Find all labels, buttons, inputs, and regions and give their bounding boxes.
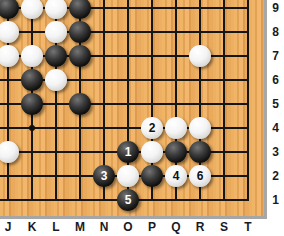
intersection-Q2[interactable]: 4: [164, 164, 188, 188]
intersection-L6[interactable]: [44, 68, 68, 92]
intersection-M3[interactable]: [68, 140, 92, 164]
white-stone-L8: [45, 21, 67, 43]
intersection-T2[interactable]: [236, 164, 260, 188]
intersection-S2[interactable]: [212, 164, 236, 188]
intersection-L3[interactable]: [44, 140, 68, 164]
intersection-P6[interactable]: [140, 68, 164, 92]
row-label-4: 4: [267, 116, 284, 140]
intersection-L5[interactable]: [44, 92, 68, 116]
white-stone-P3: [141, 141, 163, 163]
col-label-O: O: [116, 219, 140, 236]
white-stone-J3: [0, 141, 19, 163]
intersection-T3[interactable]: [236, 140, 260, 164]
intersection-O7[interactable]: [116, 44, 140, 68]
black-stone-Q3: [165, 141, 187, 163]
intersection-M5[interactable]: [68, 92, 92, 116]
intersection-Q3[interactable]: [164, 140, 188, 164]
intersection-O3[interactable]: 1: [116, 140, 140, 164]
intersection-L1[interactable]: [44, 188, 68, 212]
intersection-K1[interactable]: [20, 188, 44, 212]
intersection-J7[interactable]: [0, 44, 20, 68]
intersection-J9[interactable]: [0, 0, 20, 20]
move-number-label: 3: [101, 165, 108, 187]
intersection-T6[interactable]: [236, 68, 260, 92]
intersection-J3[interactable]: [0, 140, 20, 164]
intersection-L7[interactable]: [44, 44, 68, 68]
white-stone-K9: [21, 0, 43, 19]
intersection-R8[interactable]: [188, 20, 212, 44]
intersection-M7[interactable]: [68, 44, 92, 68]
intersection-M9[interactable]: [68, 0, 92, 20]
row-label-3: 3: [267, 140, 284, 164]
intersection-P8[interactable]: [140, 20, 164, 44]
intersection-K5[interactable]: [20, 92, 44, 116]
white-stone-L9: [45, 0, 67, 19]
intersection-Q1[interactable]: [164, 188, 188, 212]
col-label-J: J: [0, 219, 20, 236]
row-labels: 987654321: [267, 0, 284, 212]
intersection-R5[interactable]: [188, 92, 212, 116]
intersection-N6[interactable]: [92, 68, 116, 92]
intersection-Q6[interactable]: [164, 68, 188, 92]
intersection-L2[interactable]: [44, 164, 68, 188]
intersection-P4[interactable]: 2: [140, 116, 164, 140]
star-point-K4: [29, 125, 35, 131]
row-label-5: 5: [267, 92, 284, 116]
intersection-K6[interactable]: [20, 68, 44, 92]
col-label-N: N: [92, 219, 116, 236]
intersection-N7[interactable]: [92, 44, 116, 68]
white-stone-Q4: [165, 117, 187, 139]
intersection-N2[interactable]: 3: [92, 164, 116, 188]
intersection-O6[interactable]: [116, 68, 140, 92]
intersection-N3[interactable]: [92, 140, 116, 164]
intersection-P1[interactable]: [140, 188, 164, 212]
intersection-O2[interactable]: [116, 164, 140, 188]
intersection-O1[interactable]: 5: [116, 188, 140, 212]
intersection-N1[interactable]: [92, 188, 116, 212]
intersection-R2[interactable]: 6: [188, 164, 212, 188]
intersection-T5[interactable]: [236, 92, 260, 116]
move-number-label: 5: [125, 189, 132, 211]
white-stone-J8: [0, 21, 19, 43]
row-label-9: 9: [267, 0, 284, 20]
intersection-R9[interactable]: [188, 0, 212, 20]
intersection-S8[interactable]: [212, 20, 236, 44]
intersection-J6[interactable]: [0, 68, 20, 92]
intersection-R7[interactable]: [188, 44, 212, 68]
intersection-J8[interactable]: [0, 20, 20, 44]
row-label-2: 2: [267, 164, 284, 188]
black-stone-M5: [69, 93, 91, 115]
white-stone-O2: [117, 165, 139, 187]
intersection-P9[interactable]: [140, 0, 164, 20]
move-number-label: 2: [149, 117, 156, 139]
col-label-M: M: [68, 219, 92, 236]
move-number-label: 1: [125, 141, 132, 163]
white-stone-P4: 2: [141, 117, 163, 139]
intersection-M6[interactable]: [68, 68, 92, 92]
go-board[interactable]: 213465: [0, 0, 267, 219]
white-stone-Q2: 4: [165, 165, 187, 187]
intersection-N8[interactable]: [92, 20, 116, 44]
column-labels: JKLMNOPQRST: [0, 219, 260, 236]
intersection-O8[interactable]: [116, 20, 140, 44]
intersection-S4[interactable]: [212, 116, 236, 140]
col-label-R: R: [188, 219, 212, 236]
black-stone-M7: [69, 45, 91, 67]
intersection-K7[interactable]: [20, 44, 44, 68]
intersection-T4[interactable]: [236, 116, 260, 140]
black-stone-N2: 3: [93, 165, 115, 187]
black-stone-K5: [21, 93, 43, 115]
intersection-M2[interactable]: [68, 164, 92, 188]
intersection-O9[interactable]: [116, 0, 140, 20]
row-label-1: 1: [267, 188, 284, 212]
intersection-Q7[interactable]: [164, 44, 188, 68]
intersection-Q9[interactable]: [164, 0, 188, 20]
intersection-N4[interactable]: [92, 116, 116, 140]
intersection-N5[interactable]: [92, 92, 116, 116]
intersection-M8[interactable]: [68, 20, 92, 44]
intersection-L4[interactable]: [44, 116, 68, 140]
intersection-K3[interactable]: [20, 140, 44, 164]
intersection-J5[interactable]: [0, 92, 20, 116]
black-stone-M8: [69, 21, 91, 43]
intersection-T7[interactable]: [236, 44, 260, 68]
black-stone-O1: 5: [117, 189, 139, 211]
go-diagram: 213465 JKLMNOPQRST 987654321: [0, 0, 284, 236]
white-stone-L6: [45, 69, 67, 91]
black-stone-K6: [21, 69, 43, 91]
black-stone-R3: [189, 141, 211, 163]
intersection-J4[interactable]: [0, 116, 20, 140]
col-label-T: T: [236, 219, 260, 236]
intersection-O5[interactable]: [116, 92, 140, 116]
intersection-M4[interactable]: [68, 116, 92, 140]
white-stone-K7: [21, 45, 43, 67]
intersection-T1[interactable]: [236, 188, 260, 212]
intersection-S3[interactable]: [212, 140, 236, 164]
intersection-N9[interactable]: [92, 0, 116, 20]
intersection-K2[interactable]: [20, 164, 44, 188]
intersection-Q5[interactable]: [164, 92, 188, 116]
intersection-K8[interactable]: [20, 20, 44, 44]
intersection-Q4[interactable]: [164, 116, 188, 140]
intersection-S1[interactable]: [212, 188, 236, 212]
intersection-T9[interactable]: [236, 0, 260, 20]
white-stone-R2: 6: [189, 165, 211, 187]
intersection-R1[interactable]: [188, 188, 212, 212]
intersection-S5[interactable]: [212, 92, 236, 116]
row-label-8: 8: [267, 20, 284, 44]
row-label-7: 7: [267, 44, 284, 68]
intersection-M1[interactable]: [68, 188, 92, 212]
intersection-Q8[interactable]: [164, 20, 188, 44]
intersection-K9[interactable]: [20, 0, 44, 20]
intersection-P5[interactable]: [140, 92, 164, 116]
intersection-T8[interactable]: [236, 20, 260, 44]
intersection-P3[interactable]: [140, 140, 164, 164]
col-label-Q: Q: [164, 219, 188, 236]
intersection-J1[interactable]: [0, 188, 20, 212]
move-number-label: 6: [197, 165, 204, 187]
intersection-R6[interactable]: [188, 68, 212, 92]
white-stone-R4: [189, 117, 211, 139]
intersection-J2[interactable]: [0, 164, 20, 188]
black-stone-P2: [141, 165, 163, 187]
board-grid: 213465: [0, 0, 260, 212]
intersection-S9[interactable]: [212, 0, 236, 20]
intersection-S6[interactable]: [212, 68, 236, 92]
col-label-L: L: [44, 219, 68, 236]
black-stone-J9: [0, 0, 19, 19]
intersection-R3[interactable]: [188, 140, 212, 164]
black-stone-O3: 1: [117, 141, 139, 163]
black-stone-M9: [69, 0, 91, 19]
white-stone-R7: [189, 45, 211, 67]
black-stone-L7: [45, 45, 67, 67]
col-label-P: P: [140, 219, 164, 236]
intersection-O4[interactable]: [116, 116, 140, 140]
intersection-P7[interactable]: [140, 44, 164, 68]
intersection-P2[interactable]: [140, 164, 164, 188]
col-label-S: S: [212, 219, 236, 236]
intersection-K4[interactable]: [20, 116, 44, 140]
move-number-label: 4: [173, 165, 180, 187]
intersection-R4[interactable]: [188, 116, 212, 140]
white-stone-J7: [0, 45, 19, 67]
intersection-L8[interactable]: [44, 20, 68, 44]
col-label-K: K: [20, 219, 44, 236]
intersection-L9[interactable]: [44, 0, 68, 20]
row-label-6: 6: [267, 68, 284, 92]
intersection-S7[interactable]: [212, 44, 236, 68]
